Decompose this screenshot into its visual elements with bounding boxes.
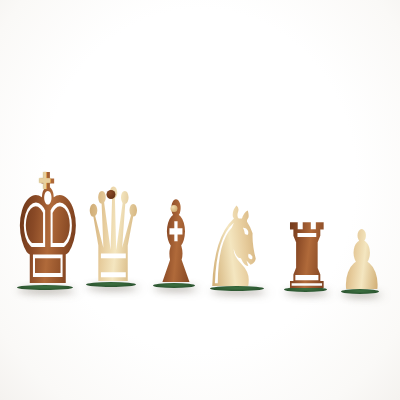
bishop-glyph: ♝ [150,187,198,300]
pawn-glyph: ♟ [338,219,382,301]
king-piece: ♚ ✚ [12,228,78,290]
knight-piece: ♞ [206,227,268,291]
pawn-piece: ♟ [338,248,382,294]
rook-piece: ♜ [280,241,330,293]
rook-glyph: ♜ [280,211,330,301]
chess-pieces-photo: ♚ ✚ ♛ ♝ ♞ ♜ ♟ [0,0,400,400]
bishop-ball-finial [171,205,178,212]
king-cross-finial: ✚ [39,171,52,194]
knight-glyph: ♞ [206,192,268,302]
queen-piece: ♛ [82,231,140,287]
queen-ball-finial [107,190,116,199]
bishop-piece: ♝ [150,242,198,288]
